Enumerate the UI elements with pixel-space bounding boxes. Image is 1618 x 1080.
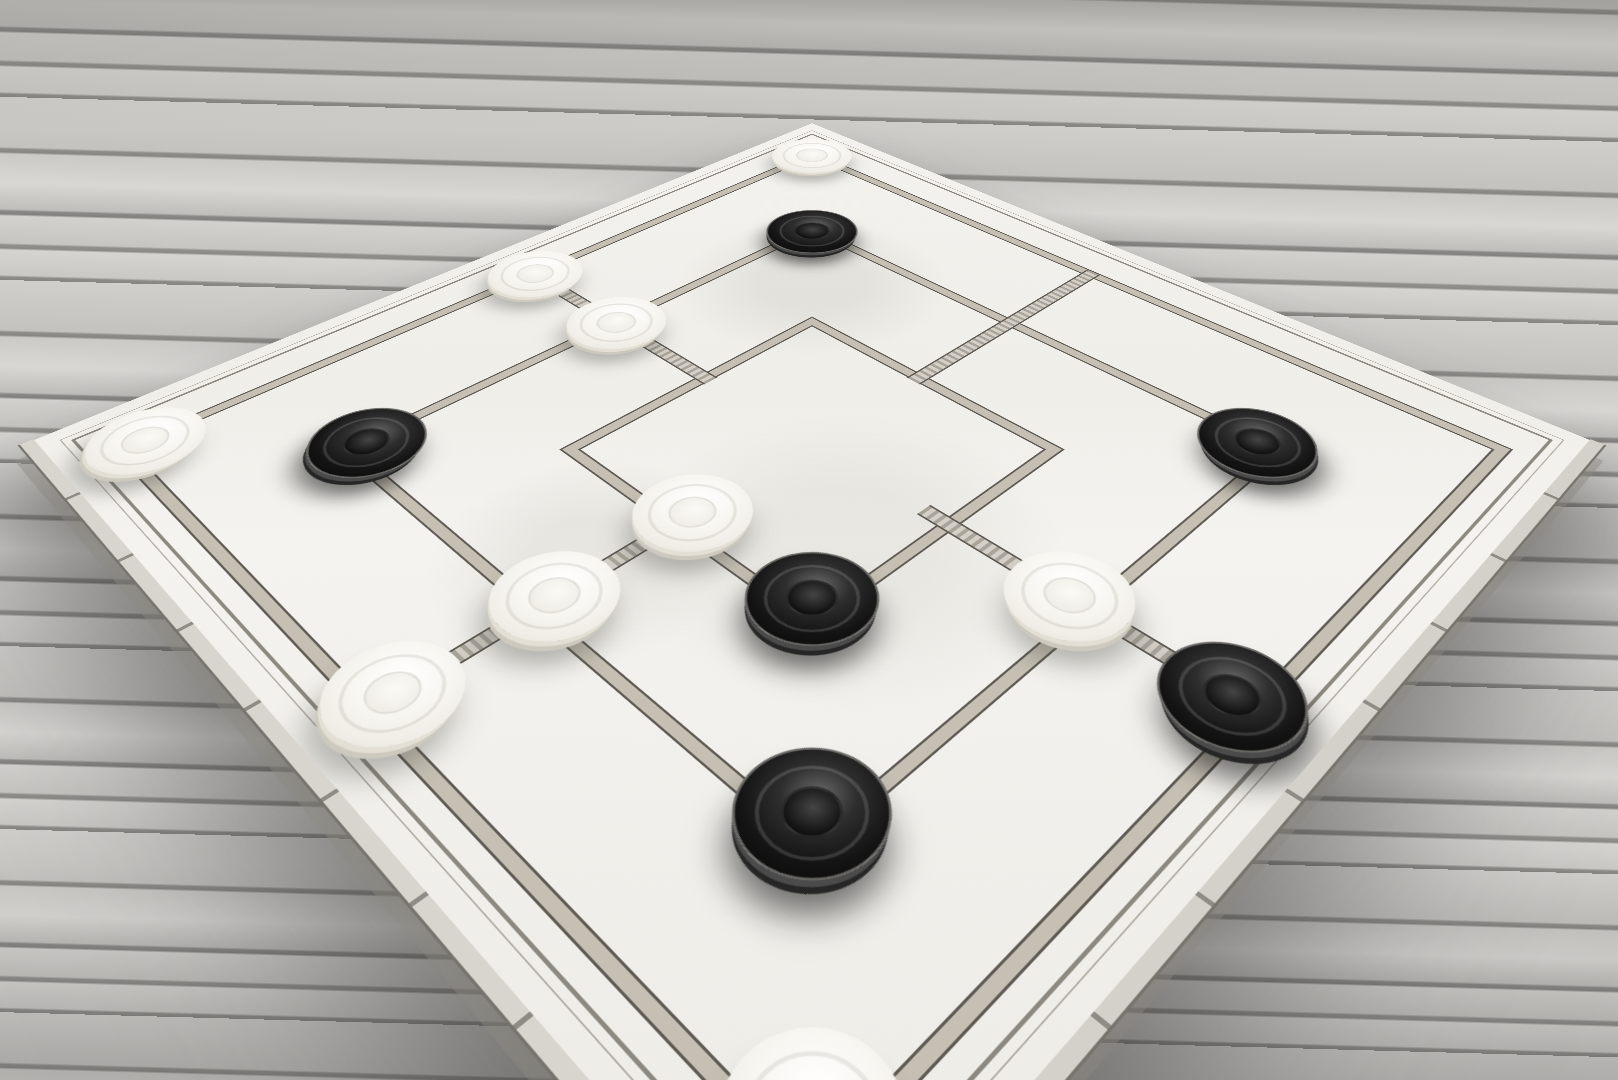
photo-scene <box>0 0 1618 1080</box>
